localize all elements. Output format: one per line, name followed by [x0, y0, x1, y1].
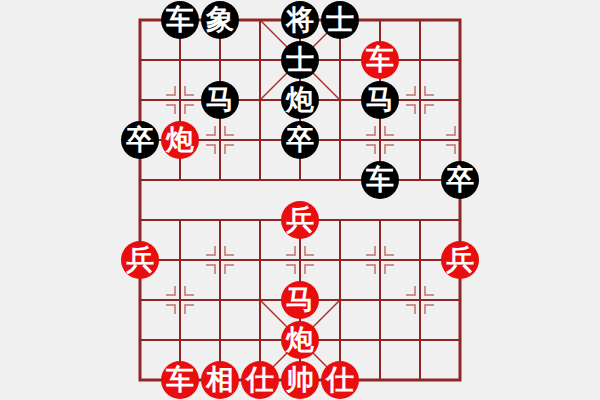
piece-black-horse[interactable]: 马 [201, 81, 239, 119]
board-point-4-5: 兵 [280, 200, 320, 240]
board-point-4-2: 炮 [280, 80, 320, 120]
piece-black-soldier[interactable]: 卒 [281, 121, 319, 159]
piece-black-advisor[interactable]: 士 [321, 1, 359, 39]
board-point-8-4: 卒 [440, 160, 480, 200]
board[interactable]: 车象将士士马炮马卒卒车卒车炮兵兵兵马炮车相仕帅仕 [120, 0, 480, 400]
piece-red-horse[interactable]: 马 [281, 281, 319, 319]
piece-black-cannon[interactable]: 炮 [281, 81, 319, 119]
board-point-5-0: 士 [320, 0, 360, 40]
piece-black-soldier[interactable]: 卒 [121, 121, 159, 159]
board-point-2-0: 象 [200, 0, 240, 40]
board-point-0-3: 卒 [120, 120, 160, 160]
board-point-4-3: 卒 [280, 120, 320, 160]
board-point-4-9: 帅 [280, 360, 320, 400]
piece-red-advisor[interactable]: 仕 [241, 361, 279, 399]
board-point-3-9: 仕 [240, 360, 280, 400]
piece-black-advisor[interactable]: 士 [281, 41, 319, 79]
piece-red-advisor[interactable]: 仕 [321, 361, 359, 399]
xiangqi-board-screenshot: 车象将士士马炮马卒卒车卒车炮兵兵兵马炮车相仕帅仕 [0, 0, 600, 400]
piece-black-general[interactable]: 将 [281, 1, 319, 39]
piece-red-cannon[interactable]: 炮 [281, 321, 319, 359]
board-point-0-6: 兵 [120, 240, 160, 280]
piece-black-chariot[interactable]: 车 [161, 1, 199, 39]
board-point-6-1: 车 [360, 40, 400, 80]
board-point-1-9: 车 [160, 360, 200, 400]
piece-red-chariot[interactable]: 车 [361, 41, 399, 79]
board-point-6-2: 马 [360, 80, 400, 120]
piece-black-soldier[interactable]: 卒 [441, 161, 479, 199]
piece-red-general[interactable]: 帅 [281, 361, 319, 399]
piece-black-elephant[interactable]: 象 [201, 1, 239, 39]
piece-red-chariot[interactable]: 车 [161, 361, 199, 399]
board-point-4-1: 士 [280, 40, 320, 80]
board-point-1-0: 车 [160, 0, 200, 40]
board-point-5-9: 仕 [320, 360, 360, 400]
piece-black-chariot[interactable]: 车 [361, 161, 399, 199]
piece-red-soldier[interactable]: 兵 [281, 201, 319, 239]
board-point-4-0: 将 [280, 0, 320, 40]
piece-red-cannon[interactable]: 炮 [161, 121, 199, 159]
piece-black-horse[interactable]: 马 [361, 81, 399, 119]
board-point-2-9: 相 [200, 360, 240, 400]
board-point-2-2: 马 [200, 80, 240, 120]
board-point-4-8: 炮 [280, 320, 320, 360]
piece-red-soldier[interactable]: 兵 [441, 241, 479, 279]
piece-red-elephant[interactable]: 相 [201, 361, 239, 399]
piece-red-soldier[interactable]: 兵 [121, 241, 159, 279]
board-point-6-4: 车 [360, 160, 400, 200]
board-point-1-3: 炮 [160, 120, 200, 160]
board-point-4-7: 马 [280, 280, 320, 320]
board-point-8-6: 兵 [440, 240, 480, 280]
